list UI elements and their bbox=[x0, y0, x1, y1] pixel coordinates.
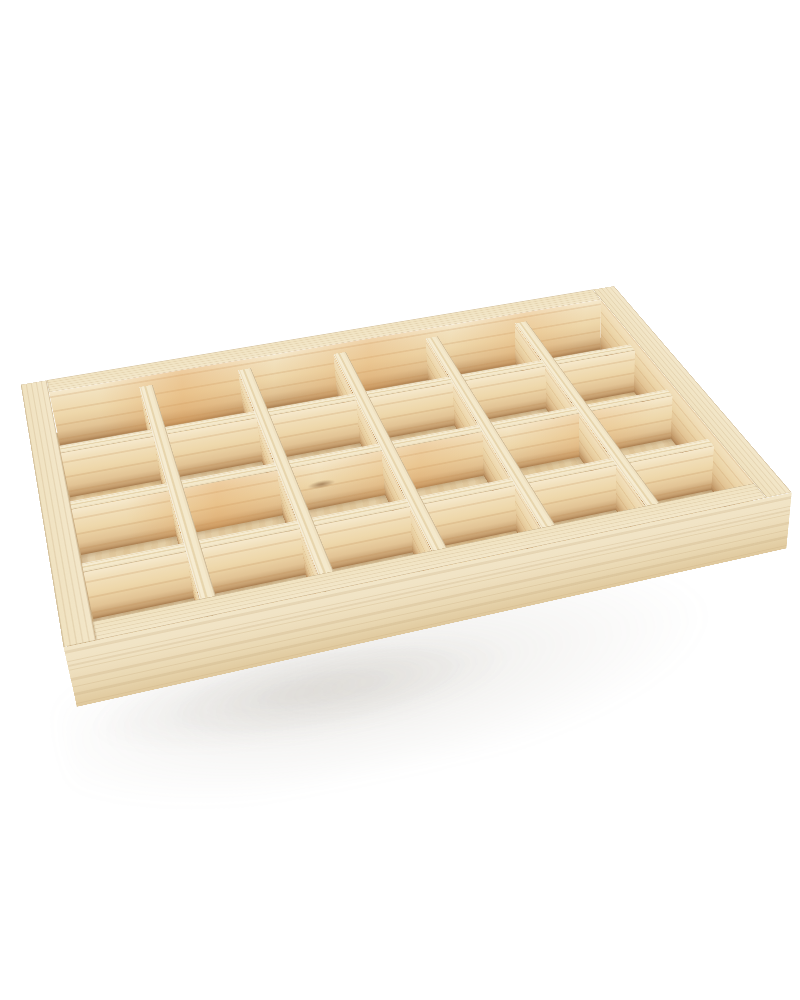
wood-knot bbox=[305, 477, 338, 492]
photo-scene bbox=[0, 0, 800, 1000]
